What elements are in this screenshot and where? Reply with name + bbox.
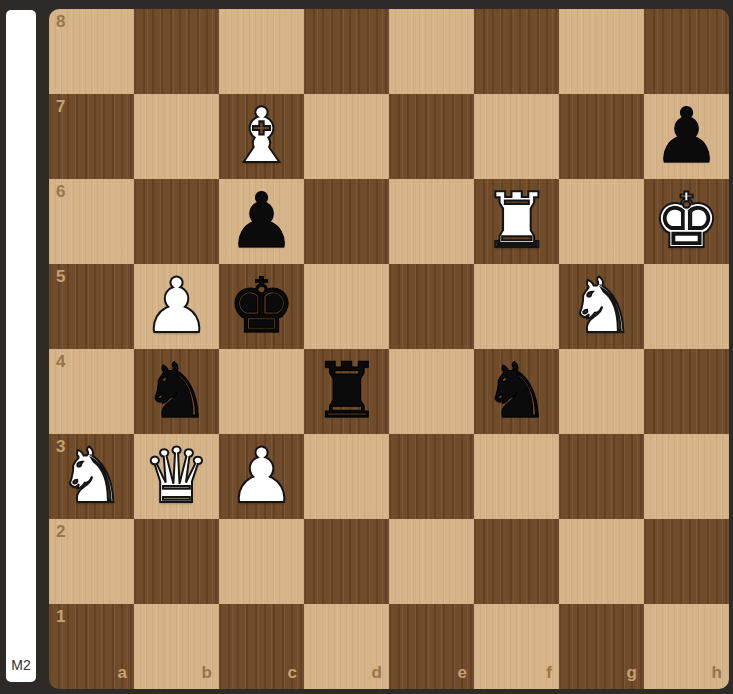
square-f7[interactable] — [474, 94, 559, 179]
eval-gauge: M2 — [6, 10, 36, 682]
square-g8[interactable] — [559, 9, 644, 94]
square-h2[interactable] — [644, 519, 729, 604]
square-g4[interactable] — [559, 349, 644, 434]
square-e8[interactable] — [389, 9, 474, 94]
square-a8[interactable] — [49, 9, 134, 94]
square-b7[interactable] — [134, 94, 219, 179]
square-d6[interactable] — [304, 179, 389, 264]
square-a6[interactable] — [49, 179, 134, 264]
square-h5[interactable] — [644, 264, 729, 349]
square-e2[interactable] — [389, 519, 474, 604]
white-bishop-c7[interactable]: ♝ — [219, 94, 304, 179]
square-h8[interactable] — [644, 9, 729, 94]
square-f2[interactable] — [474, 519, 559, 604]
black-knight-f4[interactable]: ♞ — [474, 349, 559, 434]
square-c1[interactable] — [219, 604, 304, 689]
square-g2[interactable] — [559, 519, 644, 604]
white-knight-g5[interactable]: ♞ — [559, 264, 644, 349]
square-f5[interactable] — [474, 264, 559, 349]
square-h1[interactable] — [644, 604, 729, 689]
eval-label: M2 — [6, 657, 36, 673]
white-pawn-b5[interactable]: ♟ — [134, 264, 219, 349]
chess-board: 87654321abcdefgh♝♟♟♜♚♟♚♞♞♜♞♞♛♟ — [49, 9, 729, 689]
square-d2[interactable] — [304, 519, 389, 604]
square-b8[interactable] — [134, 9, 219, 94]
square-b1[interactable] — [134, 604, 219, 689]
square-e4[interactable] — [389, 349, 474, 434]
square-g3[interactable] — [559, 434, 644, 519]
square-d7[interactable] — [304, 94, 389, 179]
white-pawn-c3[interactable]: ♟ — [219, 434, 304, 519]
square-e1[interactable] — [389, 604, 474, 689]
square-h3[interactable] — [644, 434, 729, 519]
black-rook-d4[interactable]: ♜ — [304, 349, 389, 434]
square-d5[interactable] — [304, 264, 389, 349]
black-pawn-c6[interactable]: ♟ — [219, 179, 304, 264]
square-a7[interactable] — [49, 94, 134, 179]
square-g6[interactable] — [559, 179, 644, 264]
square-g1[interactable] — [559, 604, 644, 689]
square-d1[interactable] — [304, 604, 389, 689]
square-e3[interactable] — [389, 434, 474, 519]
square-a1[interactable] — [49, 604, 134, 689]
square-d8[interactable] — [304, 9, 389, 94]
square-a4[interactable] — [49, 349, 134, 434]
square-c4[interactable] — [219, 349, 304, 434]
square-a5[interactable] — [49, 264, 134, 349]
square-b6[interactable] — [134, 179, 219, 264]
white-queen-b3[interactable]: ♛ — [134, 434, 219, 519]
square-e6[interactable] — [389, 179, 474, 264]
square-b2[interactable] — [134, 519, 219, 604]
square-h4[interactable] — [644, 349, 729, 434]
square-f8[interactable] — [474, 9, 559, 94]
square-g7[interactable] — [559, 94, 644, 179]
square-a2[interactable] — [49, 519, 134, 604]
square-c8[interactable] — [219, 9, 304, 94]
white-king-h6[interactable]: ♚ — [644, 179, 729, 264]
black-pawn-h7[interactable]: ♟ — [644, 94, 729, 179]
black-king-c5[interactable]: ♚ — [219, 264, 304, 349]
white-rook-f6[interactable]: ♜ — [474, 179, 559, 264]
square-d3[interactable] — [304, 434, 389, 519]
square-f3[interactable] — [474, 434, 559, 519]
black-knight-b4[interactable]: ♞ — [134, 349, 219, 434]
square-c2[interactable] — [219, 519, 304, 604]
white-knight-a3[interactable]: ♞ — [49, 434, 134, 519]
square-e7[interactable] — [389, 94, 474, 179]
square-f1[interactable] — [474, 604, 559, 689]
square-e5[interactable] — [389, 264, 474, 349]
